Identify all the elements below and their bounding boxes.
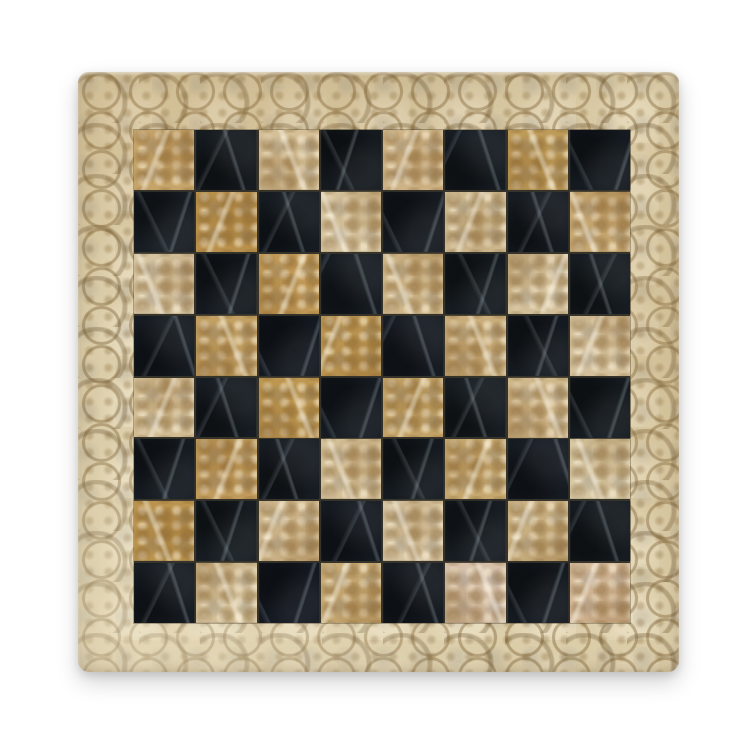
square-g2[interactable] bbox=[508, 501, 568, 561]
square-f2[interactable] bbox=[445, 501, 505, 561]
square-a8[interactable] bbox=[134, 130, 194, 190]
square-h3[interactable] bbox=[570, 439, 630, 499]
square-g6[interactable] bbox=[508, 254, 568, 314]
square-e7[interactable] bbox=[383, 192, 443, 252]
square-d6[interactable] bbox=[321, 254, 381, 314]
square-e4[interactable] bbox=[383, 378, 443, 438]
square-d3[interactable] bbox=[321, 439, 381, 499]
square-g1[interactable] bbox=[508, 563, 568, 623]
square-e8[interactable] bbox=[383, 130, 443, 190]
square-f3[interactable] bbox=[445, 439, 505, 499]
square-b1[interactable] bbox=[196, 563, 256, 623]
square-b6[interactable] bbox=[196, 254, 256, 314]
square-b5[interactable] bbox=[196, 316, 256, 376]
square-c4[interactable] bbox=[259, 378, 319, 438]
square-g8[interactable] bbox=[508, 130, 568, 190]
square-d2[interactable] bbox=[321, 501, 381, 561]
square-c2[interactable] bbox=[259, 501, 319, 561]
square-f6[interactable] bbox=[445, 254, 505, 314]
square-a6[interactable] bbox=[134, 254, 194, 314]
square-a2[interactable] bbox=[134, 501, 194, 561]
square-d8[interactable] bbox=[321, 130, 381, 190]
square-d4[interactable] bbox=[321, 378, 381, 438]
square-c5[interactable] bbox=[259, 316, 319, 376]
square-b4[interactable] bbox=[196, 378, 256, 438]
square-f8[interactable] bbox=[445, 130, 505, 190]
square-e5[interactable] bbox=[383, 316, 443, 376]
square-a1[interactable] bbox=[134, 563, 194, 623]
square-c3[interactable] bbox=[259, 439, 319, 499]
square-h4[interactable] bbox=[570, 378, 630, 438]
square-h5[interactable] bbox=[570, 316, 630, 376]
square-a3[interactable] bbox=[134, 439, 194, 499]
square-a4[interactable] bbox=[134, 378, 194, 438]
square-h7[interactable] bbox=[570, 192, 630, 252]
square-b7[interactable] bbox=[196, 192, 256, 252]
square-b2[interactable] bbox=[196, 501, 256, 561]
chess-board bbox=[78, 72, 679, 672]
square-h2[interactable] bbox=[570, 501, 630, 561]
square-c1[interactable] bbox=[259, 563, 319, 623]
square-d5[interactable] bbox=[321, 316, 381, 376]
square-h8[interactable] bbox=[570, 130, 630, 190]
board-grid bbox=[134, 130, 630, 623]
square-f4[interactable] bbox=[445, 378, 505, 438]
square-c6[interactable] bbox=[259, 254, 319, 314]
square-h6[interactable] bbox=[570, 254, 630, 314]
square-b8[interactable] bbox=[196, 130, 256, 190]
square-a7[interactable] bbox=[134, 192, 194, 252]
square-a5[interactable] bbox=[134, 316, 194, 376]
square-e2[interactable] bbox=[383, 501, 443, 561]
square-c8[interactable] bbox=[259, 130, 319, 190]
square-f7[interactable] bbox=[445, 192, 505, 252]
square-e1[interactable] bbox=[383, 563, 443, 623]
square-g5[interactable] bbox=[508, 316, 568, 376]
square-c7[interactable] bbox=[259, 192, 319, 252]
square-g4[interactable] bbox=[508, 378, 568, 438]
square-b3[interactable] bbox=[196, 439, 256, 499]
square-f1[interactable] bbox=[445, 563, 505, 623]
square-g3[interactable] bbox=[508, 439, 568, 499]
square-d7[interactable] bbox=[321, 192, 381, 252]
square-d1[interactable] bbox=[321, 563, 381, 623]
square-e6[interactable] bbox=[383, 254, 443, 314]
product-photo bbox=[0, 0, 755, 755]
square-e3[interactable] bbox=[383, 439, 443, 499]
square-f5[interactable] bbox=[445, 316, 505, 376]
square-h1[interactable] bbox=[570, 563, 630, 623]
square-g7[interactable] bbox=[508, 192, 568, 252]
